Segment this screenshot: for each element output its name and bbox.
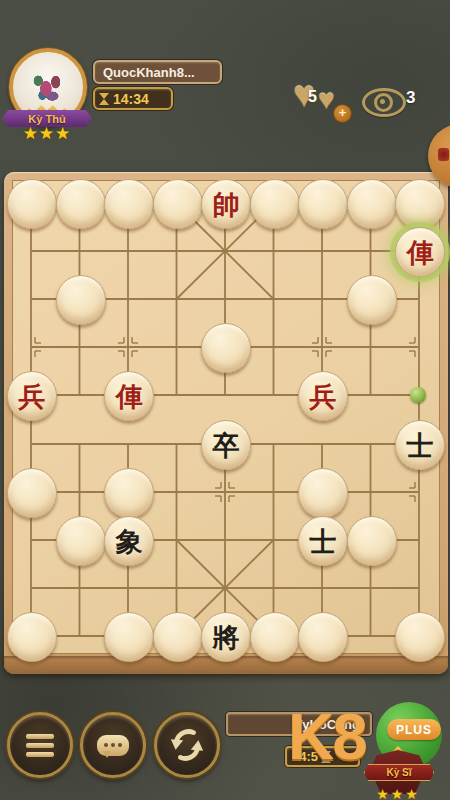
menu-button[interactable] [7,712,73,778]
piece-glyph: 士 [310,528,337,555]
covered-piece[interactable] [7,612,57,662]
piece-glyph: 兵 [19,383,46,410]
covered-piece[interactable] [395,179,445,229]
covered-piece[interactable] [104,179,154,229]
covered-piece[interactable] [7,468,57,518]
covered-piece[interactable] [7,179,57,229]
red-piece-俥[interactable]: 俥 [104,371,154,421]
piece-glyph: 俥 [407,239,434,266]
red-piece-帥[interactable]: 帥 [201,179,251,229]
black-piece-士[interactable]: 士 [298,516,348,566]
board-grid [13,181,439,653]
piece-glyph: 俥 [116,383,143,410]
covered-piece[interactable] [298,468,348,518]
piece-glyph: 將 [213,624,240,651]
top-player-timer-plate: 14:34 [93,87,173,110]
top-player-stars: ★★★ [0,123,94,144]
spectators-count: 3 [406,88,415,108]
hearts-count: 5 [308,88,317,106]
covered-piece[interactable] [250,612,300,662]
black-piece-將[interactable]: 將 [201,612,251,662]
hourglass-icon [99,93,109,105]
top-player-timer: 14:34 [113,91,149,107]
xiangqi-board[interactable]: 帥俥兵俥兵卒士象士將 [4,172,448,674]
covered-piece[interactable] [347,275,397,325]
top-player-name-plate: QuocKhanh8... [93,60,222,84]
covered-piece[interactable] [347,179,397,229]
piece-glyph: 卒 [213,432,240,459]
covered-piece[interactable] [395,612,445,662]
piece-glyph: 兵 [310,383,337,410]
red-piece-兵[interactable]: 兵 [7,371,57,421]
top-player-name: QuocKhanh8... [103,65,195,80]
red-piece-俥-selected[interactable]: 俥 [395,227,445,277]
chat-bubble-icon [97,735,129,756]
covered-piece[interactable] [153,179,203,229]
covered-piece[interactable] [104,468,154,518]
covered-piece[interactable] [56,179,106,229]
last-move-marker [410,387,426,403]
black-piece-象[interactable]: 象 [104,516,154,566]
covered-piece[interactable] [56,516,106,566]
bottom-player-avatar-crest[interactable]: Kỳ Sĩ ★★★ [356,748,440,800]
covered-piece[interactable] [298,179,348,229]
swap-button[interactable] [154,712,220,778]
eye-pupil [380,99,385,104]
red-piece-兵[interactable]: 兵 [298,371,348,421]
spectators-eye-icon[interactable] [362,88,406,117]
black-piece-士[interactable]: 士 [395,420,445,470]
covered-piece[interactable] [347,516,397,566]
covered-piece[interactable] [201,323,251,373]
board-field[interactable]: 帥俥兵俥兵卒士象士將 [12,180,440,654]
red-glyph-mark [438,148,449,161]
piece-glyph: 象 [116,528,143,555]
bottom-player-stars: ★★★ [356,786,440,800]
covered-piece[interactable] [104,612,154,662]
heart-icon-small: ♥ [318,86,335,114]
k8-logo-text: K8 [288,700,366,774]
bottom-player-rank-ribbon: Kỳ Sĩ [364,764,434,781]
game-screen: Kỳ Thủ ★★★ QuocKhanh8... 14:34 ♥ ♥ 5 + 3… [0,0,450,800]
covered-piece[interactable] [153,612,203,662]
swap-arrows-icon [168,726,206,764]
covered-piece[interactable] [250,179,300,229]
bottom-player-rank-label: Kỳ Sĩ [386,767,411,778]
covered-piece[interactable] [56,275,106,325]
covered-piece[interactable] [298,612,348,662]
black-piece-卒[interactable]: 卒 [201,420,251,470]
menu-icon [26,734,54,757]
piece-glyph: 帥 [213,191,240,218]
k8-plus-badge: PLUS [387,719,441,740]
add-hearts-button[interactable]: + [333,104,352,123]
piece-glyph: 士 [407,432,434,459]
chat-button[interactable] [80,712,146,778]
